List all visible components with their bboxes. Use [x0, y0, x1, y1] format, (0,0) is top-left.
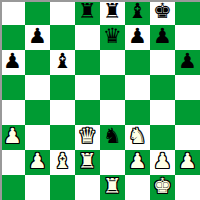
- square-c2[interactable]: ♝: [50, 150, 75, 175]
- black-rook[interactable]: ♜: [103, 1, 122, 22]
- square-g8[interactable]: ♚: [150, 0, 175, 25]
- square-d6[interactable]: [75, 50, 100, 75]
- square-g2[interactable]: ♟: [150, 150, 175, 175]
- square-c3[interactable]: [50, 125, 75, 150]
- square-d2[interactable]: ♜: [75, 150, 100, 175]
- square-a6[interactable]: ♟: [0, 50, 25, 75]
- square-d8[interactable]: ♜: [75, 0, 100, 25]
- square-b2[interactable]: ♟: [25, 150, 50, 175]
- square-b3[interactable]: [25, 125, 50, 150]
- square-c8[interactable]: [50, 0, 75, 25]
- square-g6[interactable]: [150, 50, 175, 75]
- square-f1[interactable]: [125, 175, 150, 200]
- square-f6[interactable]: [125, 50, 150, 75]
- square-e3[interactable]: ♞: [100, 125, 125, 150]
- square-b6[interactable]: [25, 50, 50, 75]
- square-a8[interactable]: [0, 0, 25, 25]
- square-g7[interactable]: ♟: [150, 25, 175, 50]
- square-f8[interactable]: ♝: [125, 0, 150, 25]
- square-a3[interactable]: ♟: [0, 125, 25, 150]
- square-g4[interactable]: [150, 100, 175, 125]
- white-pawn[interactable]: ♟: [128, 151, 147, 172]
- square-c6[interactable]: ♝: [50, 50, 75, 75]
- chess-board: ♜♜♝♚♟♛♟♟♟♝♟♟♛♞♞♟♝♜♟♟♟♜♚: [0, 0, 200, 200]
- square-d1[interactable]: [75, 175, 100, 200]
- square-g1[interactable]: ♚: [150, 175, 175, 200]
- square-d5[interactable]: [75, 75, 100, 100]
- black-pawn[interactable]: ♟: [3, 51, 22, 72]
- black-pawn[interactable]: ♟: [153, 26, 172, 47]
- square-h1[interactable]: [175, 175, 200, 200]
- square-h3[interactable]: [175, 125, 200, 150]
- square-e7[interactable]: ♛: [100, 25, 125, 50]
- square-d7[interactable]: [75, 25, 100, 50]
- square-a5[interactable]: [0, 75, 25, 100]
- square-a2[interactable]: [0, 150, 25, 175]
- white-pawn[interactable]: ♟: [153, 151, 172, 172]
- square-h6[interactable]: ♟: [175, 50, 200, 75]
- square-f3[interactable]: ♞: [125, 125, 150, 150]
- square-e2[interactable]: [100, 150, 125, 175]
- square-b1[interactable]: [25, 175, 50, 200]
- white-king[interactable]: ♚: [153, 176, 172, 197]
- black-bishop[interactable]: ♝: [53, 51, 72, 72]
- white-rook[interactable]: ♜: [78, 151, 97, 172]
- square-e1[interactable]: ♜: [100, 175, 125, 200]
- black-knight[interactable]: ♞: [103, 126, 122, 147]
- black-rook[interactable]: ♜: [78, 1, 97, 22]
- square-h8[interactable]: [175, 0, 200, 25]
- square-h4[interactable]: [175, 100, 200, 125]
- white-knight[interactable]: ♞: [128, 126, 147, 147]
- square-c7[interactable]: [50, 25, 75, 50]
- square-h7[interactable]: [175, 25, 200, 50]
- black-bishop[interactable]: ♝: [128, 1, 147, 22]
- white-pawn[interactable]: ♟: [28, 151, 47, 172]
- square-e5[interactable]: [100, 75, 125, 100]
- black-pawn[interactable]: ♟: [178, 51, 197, 72]
- white-pawn[interactable]: ♟: [178, 151, 197, 172]
- white-bishop[interactable]: ♝: [53, 151, 72, 172]
- square-e8[interactable]: ♜: [100, 0, 125, 25]
- black-king[interactable]: ♚: [153, 1, 172, 22]
- square-a4[interactable]: [0, 100, 25, 125]
- square-b7[interactable]: ♟: [25, 25, 50, 50]
- black-pawn[interactable]: ♟: [28, 26, 47, 47]
- square-c1[interactable]: [50, 175, 75, 200]
- square-f2[interactable]: ♟: [125, 150, 150, 175]
- white-queen[interactable]: ♛: [78, 126, 97, 147]
- square-g3[interactable]: [150, 125, 175, 150]
- white-pawn[interactable]: ♟: [3, 126, 22, 147]
- square-g5[interactable]: [150, 75, 175, 100]
- square-a1[interactable]: [0, 175, 25, 200]
- square-h5[interactable]: [175, 75, 200, 100]
- square-c5[interactable]: [50, 75, 75, 100]
- black-queen[interactable]: ♛: [103, 26, 122, 47]
- square-f7[interactable]: ♟: [125, 25, 150, 50]
- square-b5[interactable]: [25, 75, 50, 100]
- square-d3[interactable]: ♛: [75, 125, 100, 150]
- white-rook[interactable]: ♜: [103, 176, 122, 197]
- square-a7[interactable]: [0, 25, 25, 50]
- square-c4[interactable]: [50, 100, 75, 125]
- square-b8[interactable]: [25, 0, 50, 25]
- square-f4[interactable]: [125, 100, 150, 125]
- square-d4[interactable]: [75, 100, 100, 125]
- square-e4[interactable]: [100, 100, 125, 125]
- black-pawn[interactable]: ♟: [128, 26, 147, 47]
- square-f5[interactable]: [125, 75, 150, 100]
- square-h2[interactable]: ♟: [175, 150, 200, 175]
- square-e6[interactable]: [100, 50, 125, 75]
- square-b4[interactable]: [25, 100, 50, 125]
